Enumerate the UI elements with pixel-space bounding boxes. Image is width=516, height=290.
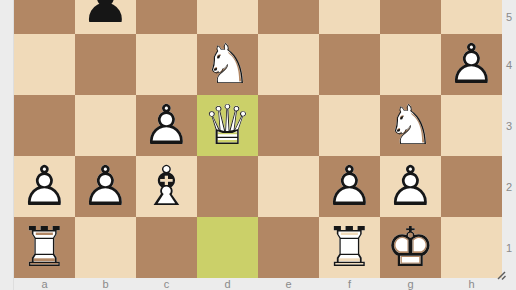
square-e4[interactable] — [258, 34, 319, 95]
square-f3[interactable] — [319, 95, 380, 156]
square-c5[interactable] — [136, 0, 197, 34]
square-b2[interactable]: ♟♙ — [75, 156, 136, 217]
chess-app: ♟♞♘♟♙♟♙♛♕♞♘♟♙♟♙♝♗♟♙♟♙♜♖♜♖♚♔ 54321 abcdef… — [0, 0, 516, 290]
file-label-a: a — [14, 278, 75, 290]
square-h4[interactable]: ♟♙ — [441, 34, 502, 95]
square-h1[interactable] — [441, 217, 502, 278]
rank-label-5: 5 — [502, 0, 516, 34]
square-d3[interactable]: ♛♕ — [197, 95, 258, 156]
white-pawn-piece[interactable]: ♟♙ — [380, 156, 441, 217]
square-d5[interactable] — [197, 0, 258, 34]
square-g3[interactable]: ♞♘ — [380, 95, 441, 156]
square-e1[interactable] — [258, 217, 319, 278]
square-f2[interactable]: ♟♙ — [319, 156, 380, 217]
white-knight-piece[interactable]: ♞♘ — [197, 34, 258, 95]
square-g5[interactable] — [380, 0, 441, 34]
white-rook-piece[interactable]: ♜♖ — [319, 217, 380, 278]
square-a3[interactable] — [14, 95, 75, 156]
square-a5[interactable] — [14, 0, 75, 34]
square-h2[interactable] — [441, 156, 502, 217]
square-a1[interactable]: ♜♖ — [14, 217, 75, 278]
white-queen-piece[interactable]: ♛♕ — [197, 95, 258, 156]
file-label-e: e — [258, 278, 319, 290]
square-c1[interactable] — [136, 217, 197, 278]
square-h3[interactable] — [441, 95, 502, 156]
chess-board: ♟♞♘♟♙♟♙♛♕♞♘♟♙♟♙♝♗♟♙♟♙♜♖♜♖♚♔ — [14, 0, 502, 278]
square-g2[interactable]: ♟♙ — [380, 156, 441, 217]
square-b3[interactable] — [75, 95, 136, 156]
file-label-c: c — [136, 278, 197, 290]
square-b1[interactable] — [75, 217, 136, 278]
file-coordinates: abcdefgh — [14, 278, 502, 290]
rank-label-4: 4 — [502, 34, 516, 95]
white-pawn-piece[interactable]: ♟♙ — [75, 156, 136, 217]
square-e2[interactable] — [258, 156, 319, 217]
white-bishop-piece[interactable]: ♝♗ — [136, 156, 197, 217]
square-c2[interactable]: ♝♗ — [136, 156, 197, 217]
square-d1[interactable] — [197, 217, 258, 278]
white-pawn-piece[interactable]: ♟♙ — [441, 34, 502, 95]
file-label-f: f — [319, 278, 380, 290]
square-f1[interactable]: ♜♖ — [319, 217, 380, 278]
rank-label-2: 2 — [502, 156, 516, 217]
white-pawn-piece[interactable]: ♟♙ — [14, 156, 75, 217]
square-a4[interactable] — [14, 34, 75, 95]
square-g1[interactable]: ♚♔ — [380, 217, 441, 278]
file-label-g: g — [380, 278, 441, 290]
board-gutter-left — [0, 0, 14, 290]
white-king-piece[interactable]: ♚♔ — [380, 217, 441, 278]
square-g4[interactable] — [380, 34, 441, 95]
rank-coordinates: 54321 — [502, 0, 516, 278]
square-d2[interactable] — [197, 156, 258, 217]
square-a2[interactable]: ♟♙ — [14, 156, 75, 217]
square-f4[interactable] — [319, 34, 380, 95]
square-f5[interactable] — [319, 0, 380, 34]
square-d4[interactable]: ♞♘ — [197, 34, 258, 95]
white-rook-piece[interactable]: ♜♖ — [14, 217, 75, 278]
black-pawn-piece[interactable]: ♟ — [75, 0, 136, 34]
square-c3[interactable]: ♟♙ — [136, 95, 197, 156]
rank-label-3: 3 — [502, 95, 516, 156]
file-label-h: h — [441, 278, 502, 290]
square-b5[interactable]: ♟ — [75, 0, 136, 34]
square-e3[interactable] — [258, 95, 319, 156]
board-resize-handle-icon[interactable] — [495, 267, 507, 279]
white-pawn-piece[interactable]: ♟♙ — [136, 95, 197, 156]
white-knight-piece[interactable]: ♞♘ — [380, 95, 441, 156]
white-pawn-piece[interactable]: ♟♙ — [319, 156, 380, 217]
square-h5[interactable] — [441, 0, 502, 34]
file-label-b: b — [75, 278, 136, 290]
square-e5[interactable] — [258, 0, 319, 34]
square-c4[interactable] — [136, 34, 197, 95]
square-b4[interactable] — [75, 34, 136, 95]
file-label-d: d — [197, 278, 258, 290]
